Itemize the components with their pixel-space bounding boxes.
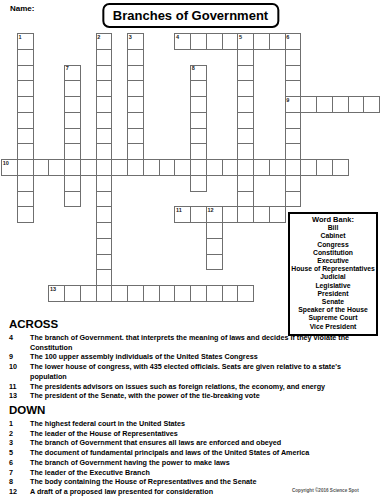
crossword-cell[interactable] <box>111 285 128 302</box>
crossword-cell[interactable] <box>96 191 113 208</box>
crossword-cell[interactable] <box>237 159 254 176</box>
crossword-cell[interactable] <box>206 33 223 50</box>
clue-number: 13 <box>9 391 30 401</box>
clue-number: 5 <box>9 448 30 458</box>
clue-item: 9The 100 upper assembly individuals of t… <box>9 352 376 362</box>
crossword-cell[interactable] <box>127 65 144 82</box>
crossword-cell[interactable] <box>96 159 113 176</box>
crossword-cell[interactable] <box>285 80 302 97</box>
crossword-cell[interactable] <box>190 33 207 50</box>
crossword-cell[interactable] <box>363 96 380 113</box>
crossword-cell[interactable] <box>17 112 34 129</box>
clue-number: 1 <box>9 419 30 429</box>
crossword-cell[interactable] <box>332 96 349 113</box>
down-clue-list: 1The highest federal court in the United… <box>9 419 376 497</box>
crossword-cell[interactable] <box>111 159 128 176</box>
crossword-cell[interactable] <box>206 206 223 223</box>
clue-number: 6 <box>9 458 30 468</box>
crossword-cell[interactable] <box>96 112 113 129</box>
crossword-cell[interactable] <box>143 159 160 176</box>
crossword-cell[interactable] <box>64 112 81 129</box>
crossword-cell[interactable] <box>190 143 207 160</box>
crossword-cell[interactable] <box>17 128 34 145</box>
crossword-cell[interactable] <box>96 96 113 113</box>
crossword-cell[interactable] <box>316 159 333 176</box>
crossword-cell[interactable] <box>17 33 34 50</box>
crossword-cell[interactable] <box>237 49 254 66</box>
word-bank-item: Congress <box>290 241 376 249</box>
crossword-cell[interactable] <box>206 254 223 271</box>
clue-item: 4The branch of Government. that interpre… <box>9 333 376 352</box>
page-title: Branches of Government <box>113 8 268 23</box>
crossword-cell[interactable] <box>269 159 286 176</box>
crossword-cell[interactable] <box>64 285 81 302</box>
crossword-cell[interactable] <box>316 96 333 113</box>
clue-number: 3 <box>9 438 30 448</box>
crossword-cell[interactable] <box>96 128 113 145</box>
crossword-cell[interactable] <box>253 206 270 223</box>
crossword-cell[interactable] <box>96 222 113 239</box>
copyright: Copyright ©2016 Science Spot <box>292 488 359 493</box>
crossword-cell[interactable] <box>96 65 113 82</box>
crossword-cell[interactable] <box>174 206 191 223</box>
crossword-cell[interactable] <box>64 96 81 113</box>
crossword-cell[interactable] <box>127 80 144 97</box>
clue-item: 6The branch of Government having the pow… <box>9 458 376 468</box>
crossword-cell[interactable] <box>17 80 34 97</box>
crossword-cell[interactable] <box>96 269 113 286</box>
crossword-cell[interactable] <box>237 143 254 160</box>
crossword-cell[interactable] <box>237 96 254 113</box>
crossword-cell[interactable] <box>17 96 34 113</box>
crossword-cell[interactable] <box>285 143 302 160</box>
clue-number: 2 <box>9 429 30 439</box>
clue-text: The body containing the House of Represe… <box>30 477 376 487</box>
clue-text: The leader of the Executive Branch <box>30 468 376 478</box>
down-heading: DOWN <box>9 404 376 416</box>
clue-number: 11 <box>9 382 30 392</box>
crossword-cell[interactable] <box>222 33 239 50</box>
crossword-cell[interactable] <box>285 33 302 50</box>
clue-number: 12 <box>9 487 30 497</box>
crossword-cell[interactable] <box>237 191 254 208</box>
crossword-cell[interactable] <box>190 285 207 302</box>
crossword-cell[interactable] <box>17 175 34 192</box>
crossword-cell[interactable] <box>237 33 254 50</box>
crossword-cell[interactable] <box>64 159 81 176</box>
crossword-cell[interactable] <box>269 206 286 223</box>
across-heading: ACROSS <box>9 318 376 330</box>
clue-item: 1The highest federal court in the United… <box>9 419 376 429</box>
crossword-cell[interactable] <box>237 112 254 129</box>
crossword-cell[interactable] <box>253 33 270 50</box>
word-bank-list: BillCabinetCongressConstitutionExecutive… <box>290 224 376 331</box>
crossword-cell[interactable] <box>127 112 144 129</box>
clue-item: 3The branch of Government that ensures a… <box>9 438 376 448</box>
clue-number: 10 <box>9 362 30 381</box>
crossword-cell[interactable] <box>206 222 223 239</box>
crossword-cell[interactable] <box>64 191 81 208</box>
clue-number: 8 <box>9 477 30 487</box>
crossword-cell[interactable] <box>96 238 113 255</box>
word-bank-title: Word Bank: <box>290 216 376 224</box>
crossword-cell[interactable] <box>190 80 207 97</box>
clue-text: The branch of Government that ensures al… <box>30 438 376 448</box>
clue-text: The leader of the House of Representativ… <box>30 429 376 439</box>
clue-text: The branch of Government. that interpret… <box>30 333 376 352</box>
name-label: Name: <box>10 4 34 13</box>
crossword-cell[interactable] <box>127 33 144 50</box>
clue-number: 9 <box>9 352 30 362</box>
crossword-cell[interactable] <box>48 159 65 176</box>
clue-item: 13The president of the Senate, with the … <box>9 391 376 401</box>
across-clues-section: ACROSS 4The branch of Government. that i… <box>9 318 376 401</box>
crossword-cell[interactable] <box>96 143 113 160</box>
crossword-cell[interactable] <box>159 285 176 302</box>
clue-item: 8The body containing the House of Repres… <box>9 477 376 487</box>
clue-text: The presidents advisors on issues such a… <box>30 382 376 392</box>
crossword-cell[interactable] <box>64 143 81 160</box>
clue-text: The 100 upper assembly individuals of th… <box>30 352 376 362</box>
crossword-cell[interactable] <box>285 112 302 129</box>
clue-number: 7 <box>9 468 30 478</box>
crossword-cell[interactable] <box>96 254 113 271</box>
crossword-cell[interactable] <box>127 159 144 176</box>
crossword-cell[interactable] <box>348 96 365 113</box>
clue-text: The lower house of congress, with 435 el… <box>30 362 376 381</box>
crossword-cell[interactable] <box>237 206 254 223</box>
crossword-cell[interactable] <box>64 175 81 192</box>
crossword-cell[interactable] <box>190 159 207 176</box>
crossword-cell[interactable] <box>64 80 81 97</box>
crossword-cell[interactable] <box>127 128 144 145</box>
crossword-worksheet: { "game": "crossword", "page": { "name_l… <box>0 0 381 500</box>
crossword-cell[interactable] <box>285 49 302 66</box>
crossword-cell[interactable] <box>222 159 239 176</box>
crossword-cell[interactable] <box>159 159 176 176</box>
title-box: Branches of Government <box>102 3 279 28</box>
crossword-cell[interactable] <box>206 285 223 302</box>
crossword-cell[interactable] <box>174 285 191 302</box>
crossword-cell[interactable] <box>206 159 223 176</box>
crossword-cell[interactable] <box>127 49 144 66</box>
crossword-cell[interactable] <box>237 80 254 97</box>
crossword-cell[interactable] <box>17 159 34 176</box>
clue-number: 4 <box>9 333 30 352</box>
word-bank-item: Senate <box>290 298 376 306</box>
word-bank-item: President <box>290 290 376 298</box>
crossword-cell[interactable] <box>80 285 97 302</box>
crossword-cell[interactable] <box>190 65 207 82</box>
crossword-cell[interactable] <box>96 49 113 66</box>
crossword-cell[interactable] <box>127 96 144 113</box>
crossword-cell[interactable] <box>253 159 270 176</box>
crossword-cell[interactable] <box>17 49 34 66</box>
crossword-cell[interactable] <box>1 159 18 176</box>
word-bank-item: Cabinet <box>290 232 376 240</box>
crossword-cell[interactable] <box>96 33 113 50</box>
crossword-cell[interactable] <box>127 143 144 160</box>
crossword-cell[interactable] <box>174 159 191 176</box>
crossword-cell[interactable] <box>285 159 302 176</box>
crossword-cell[interactable] <box>237 65 254 82</box>
crossword-cell[interactable] <box>174 33 191 50</box>
crossword-cell[interactable] <box>285 191 302 208</box>
crossword-cell[interactable] <box>96 80 113 97</box>
crossword-cell[interactable] <box>237 285 254 302</box>
crossword-cell[interactable] <box>285 65 302 82</box>
crossword-cell[interactable] <box>33 159 50 176</box>
crossword-cell[interactable] <box>17 143 34 160</box>
crossword-cell[interactable] <box>332 159 349 176</box>
clue-text: The document of fundamental principals a… <box>30 448 376 458</box>
clue-item: 7The leader of the Executive Branch <box>9 468 376 478</box>
crossword-cell[interactable] <box>17 206 34 223</box>
crossword-cell[interactable] <box>269 33 286 50</box>
crossword-cell[interactable] <box>64 65 81 82</box>
crossword-cell[interactable] <box>96 285 113 302</box>
down-clues-section: DOWN 1The highest federal court in the U… <box>9 404 376 497</box>
crossword-cell[interactable] <box>190 175 207 192</box>
crossword-cell[interactable] <box>190 96 207 113</box>
word-bank-item: Constitution <box>290 249 376 257</box>
crossword-cell[interactable] <box>300 159 317 176</box>
word-bank-item: Legislative <box>290 282 376 290</box>
crossword-cell[interactable] <box>48 285 65 302</box>
clue-item: 11The presidents advisors on issues such… <box>9 382 376 392</box>
clue-text: The branch of Government having the powe… <box>30 458 376 468</box>
across-clue-list: 4The branch of Government. that interpre… <box>9 333 376 401</box>
crossword-cell[interactable] <box>285 128 302 145</box>
crossword-cell[interactable] <box>222 206 239 223</box>
crossword-cell[interactable] <box>285 175 302 192</box>
clue-item: 5The document of fundamental principals … <box>9 448 376 458</box>
crossword-cell[interactable] <box>237 128 254 145</box>
word-bank-item: Bill <box>290 224 376 232</box>
word-bank-item: House of Representatives <box>290 265 376 273</box>
clue-text: The president of the Senate, with the po… <box>30 391 376 401</box>
word-bank-item: Judicial <box>290 273 376 281</box>
crossword-cell[interactable] <box>127 285 144 302</box>
crossword-cell[interactable] <box>190 128 207 145</box>
crossword-cell[interactable] <box>96 206 113 223</box>
word-bank-item: Executive <box>290 257 376 265</box>
crossword-cell[interactable] <box>222 285 239 302</box>
crossword-cell[interactable] <box>64 128 81 145</box>
crossword-cell[interactable] <box>80 159 97 176</box>
crossword-cell[interactable] <box>190 112 207 129</box>
crossword-cell[interactable] <box>17 65 34 82</box>
crossword-cell[interactable] <box>96 175 113 192</box>
word-bank-item: Speaker of the House <box>290 306 376 314</box>
crossword-cell[interactable] <box>17 191 34 208</box>
crossword-cell[interactable] <box>206 238 223 255</box>
crossword-cell[interactable] <box>143 285 160 302</box>
clue-text: The highest federal court in the United … <box>30 419 376 429</box>
crossword-cell[interactable] <box>190 206 207 223</box>
crossword-cell[interactable] <box>285 96 302 113</box>
clue-item: 10The lower house of congress, with 435 … <box>9 362 376 381</box>
crossword-cell[interactable] <box>237 175 254 192</box>
clue-item: 2The leader of the House of Representati… <box>9 429 376 439</box>
crossword-cell[interactable] <box>300 96 317 113</box>
